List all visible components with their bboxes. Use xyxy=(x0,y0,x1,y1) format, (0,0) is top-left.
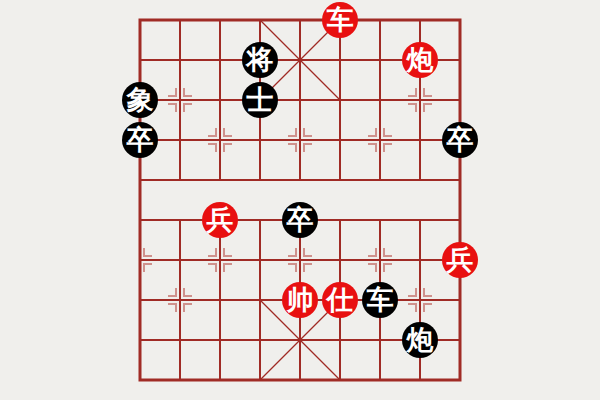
piece-red-advisor[interactable]: 仕 xyxy=(322,282,358,318)
piece-red-general[interactable]: 帅 xyxy=(282,282,318,318)
piece-black-general[interactable]: 将 xyxy=(242,42,278,78)
piece-red-soldier[interactable]: 兵 xyxy=(442,242,478,278)
xiangqi-board: 车将炮象士卒卒兵卒兵帅仕车炮 xyxy=(120,0,480,400)
pieces-layer: 车将炮象士卒卒兵卒兵帅仕车炮 xyxy=(120,0,480,400)
piece-black-soldier[interactable]: 卒 xyxy=(442,122,478,158)
piece-red-chariot[interactable]: 车 xyxy=(322,2,358,38)
page-background: 车将炮象士卒卒兵卒兵帅仕车炮 xyxy=(0,0,600,400)
piece-black-cannon[interactable]: 炮 xyxy=(402,322,438,358)
piece-black-soldier[interactable]: 卒 xyxy=(122,122,158,158)
piece-black-soldier[interactable]: 卒 xyxy=(282,202,318,238)
piece-red-cannon[interactable]: 炮 xyxy=(402,42,438,78)
piece-black-elephant[interactable]: 象 xyxy=(122,82,158,118)
piece-red-soldier[interactable]: 兵 xyxy=(202,202,238,238)
piece-black-advisor[interactable]: 士 xyxy=(242,82,278,118)
piece-black-chariot[interactable]: 车 xyxy=(362,282,398,318)
